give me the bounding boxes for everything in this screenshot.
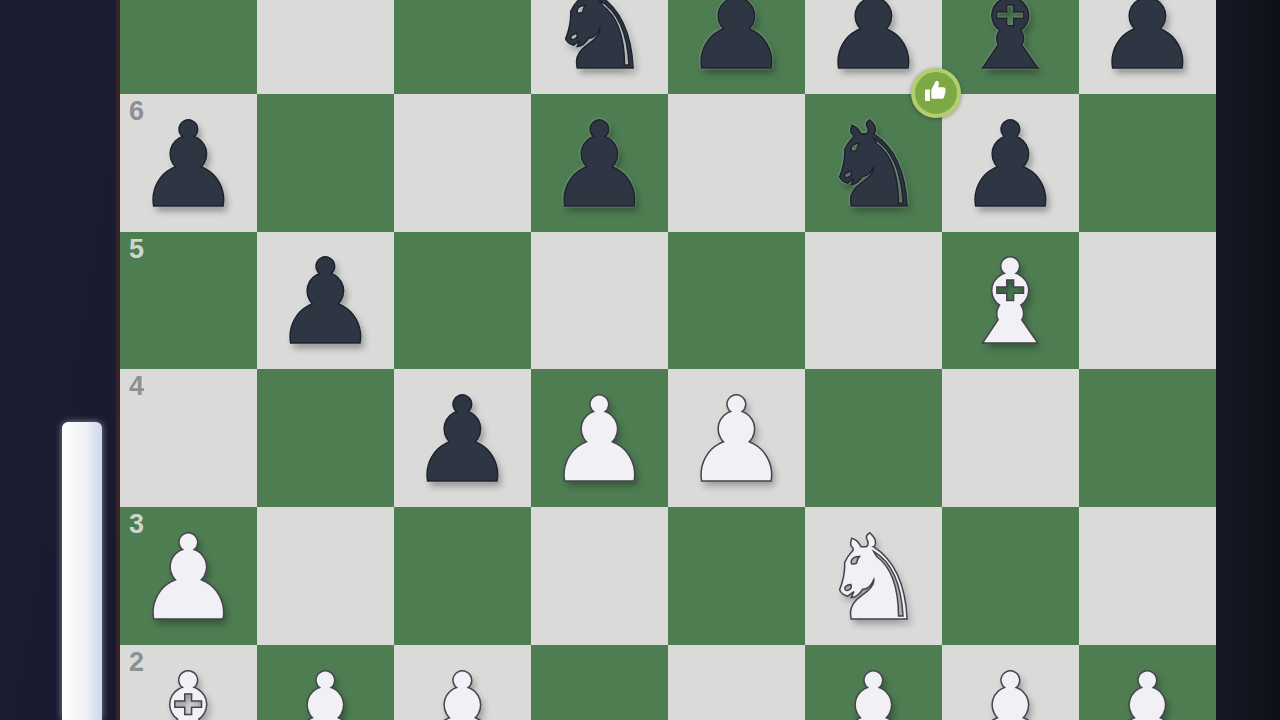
square-g3[interactable]: [942, 507, 1079, 645]
square-h3[interactable]: [1079, 507, 1216, 645]
vertical-white-bar: [62, 422, 102, 720]
white-pawn[interactable]: ♟: [1095, 657, 1201, 720]
square-g5[interactable]: ♝: [942, 232, 1079, 370]
white-pawn[interactable]: ♟: [410, 657, 516, 720]
square-d4[interactable]: ♟: [531, 369, 668, 507]
white-pawn[interactable]: ♟: [958, 657, 1064, 720]
square-b6[interactable]: [257, 94, 394, 232]
black-knight[interactable]: ♞: [547, 0, 653, 86]
black-pawn[interactable]: ♟: [136, 106, 242, 224]
square-e3[interactable]: [668, 507, 805, 645]
square-g2[interactable]: ♟: [942, 645, 1079, 720]
black-pawn[interactable]: ♟: [821, 0, 927, 86]
square-b2[interactable]: ♟: [257, 645, 394, 720]
white-pawn[interactable]: ♟: [273, 657, 379, 720]
white-pawn[interactable]: ♟: [821, 657, 927, 720]
square-f5[interactable]: [805, 232, 942, 370]
square-f4[interactable]: [805, 369, 942, 507]
thumbs-up-icon: [923, 78, 950, 109]
square-a5[interactable]: 5: [120, 232, 257, 370]
square-e7[interactable]: ♟: [668, 0, 805, 94]
square-b3[interactable]: [257, 507, 394, 645]
square-h5[interactable]: [1079, 232, 1216, 370]
square-a4[interactable]: 4: [120, 369, 257, 507]
square-c4[interactable]: ♟: [394, 369, 531, 507]
square-e4[interactable]: ♟: [668, 369, 805, 507]
square-d5[interactable]: [531, 232, 668, 370]
white-pawn[interactable]: ♟: [547, 381, 653, 499]
square-a6[interactable]: 6♟: [120, 94, 257, 232]
square-d2[interactable]: [531, 645, 668, 720]
right-bezel: [1216, 0, 1280, 720]
black-pawn[interactable]: ♟: [273, 243, 379, 361]
square-h6[interactable]: [1079, 94, 1216, 232]
white-knight[interactable]: ♞: [821, 519, 927, 637]
board-clip: ♞♟♟♝♟6♟♟♞♟5♟♝4♟♟♟3♟♞2♝♟♟♟♟♟: [120, 0, 1216, 720]
black-knight[interactable]: ♞: [821, 106, 927, 224]
rank-label-4: 4: [129, 373, 144, 400]
white-bishop[interactable]: ♝: [958, 243, 1064, 361]
square-f6[interactable]: ♞: [805, 94, 942, 232]
square-g7[interactable]: ♝: [942, 0, 1079, 94]
square-c5[interactable]: [394, 232, 531, 370]
square-a3[interactable]: 3♟: [120, 507, 257, 645]
square-c3[interactable]: [394, 507, 531, 645]
black-pawn[interactable]: ♟: [684, 0, 790, 86]
square-d3[interactable]: [531, 507, 668, 645]
square-c7[interactable]: [394, 0, 531, 94]
chess-board: ♞♟♟♝♟6♟♟♞♟5♟♝4♟♟♟3♟♞2♝♟♟♟♟♟: [120, 0, 1216, 720]
square-f3[interactable]: ♞: [805, 507, 942, 645]
white-pawn[interactable]: ♟: [136, 519, 242, 637]
black-pawn[interactable]: ♟: [958, 106, 1064, 224]
black-pawn[interactable]: ♟: [410, 381, 516, 499]
square-h2[interactable]: ♟: [1079, 645, 1216, 720]
square-f2[interactable]: ♟: [805, 645, 942, 720]
square-e6[interactable]: [668, 94, 805, 232]
rank-label-5: 5: [129, 236, 144, 263]
square-b4[interactable]: [257, 369, 394, 507]
square-a2[interactable]: 2♝: [120, 645, 257, 720]
square-e5[interactable]: [668, 232, 805, 370]
square-h7[interactable]: ♟: [1079, 0, 1216, 94]
square-a7[interactable]: [120, 0, 257, 94]
square-h4[interactable]: [1079, 369, 1216, 507]
good-move-badge: [911, 68, 961, 118]
square-d6[interactable]: ♟: [531, 94, 668, 232]
square-e2[interactable]: [668, 645, 805, 720]
square-b7[interactable]: [257, 0, 394, 94]
white-bishop[interactable]: ♝: [136, 657, 242, 720]
black-pawn[interactable]: ♟: [1095, 0, 1201, 86]
square-d7[interactable]: ♞: [531, 0, 668, 94]
square-g6[interactable]: ♟: [942, 94, 1079, 232]
black-bishop[interactable]: ♝: [958, 0, 1064, 86]
square-b5[interactable]: ♟: [257, 232, 394, 370]
square-c6[interactable]: [394, 94, 531, 232]
square-c2[interactable]: ♟: [394, 645, 531, 720]
black-pawn[interactable]: ♟: [547, 106, 653, 224]
square-g4[interactable]: [942, 369, 1079, 507]
white-pawn[interactable]: ♟: [684, 381, 790, 499]
